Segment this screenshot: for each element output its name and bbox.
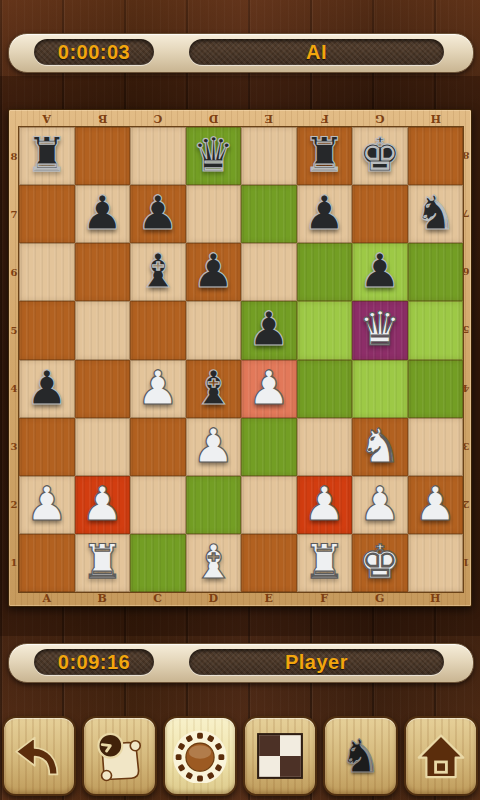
square-h6[interactable]: [408, 243, 464, 301]
piece-bp-g6[interactable]: ♟: [359, 247, 401, 297]
square-c8[interactable]: [130, 127, 186, 185]
wooden-wheel-icon: [173, 729, 227, 783]
square-a2[interactable]: ♟: [19, 476, 75, 534]
square-d8[interactable]: ♛: [186, 127, 242, 185]
square-a5[interactable]: [19, 301, 75, 359]
rank-label-right-4: 4: [461, 360, 471, 418]
file-label-top-b: B: [75, 111, 131, 126]
file-label-top-d: D: [186, 111, 242, 126]
square-b7[interactable]: ♟: [75, 185, 131, 243]
move-history-button[interactable]: [82, 716, 156, 796]
piece-wn-g3[interactable]: ♞: [359, 422, 401, 472]
square-e7[interactable]: [241, 185, 297, 243]
opponent-bar: 0:00:03 AI: [8, 33, 474, 73]
file-label-bottom-h: H: [408, 591, 464, 606]
square-h8[interactable]: [408, 127, 464, 185]
piece-bp-e5[interactable]: ♟: [248, 305, 290, 355]
square-c7[interactable]: ♟: [130, 185, 186, 243]
piece-wp-f2[interactable]: ♟: [303, 480, 345, 530]
file-labels-top: ABCDEFGH: [19, 111, 463, 126]
square-g8[interactable]: ♚: [352, 127, 408, 185]
toolbar: ♞: [2, 716, 478, 796]
rank-label-left-6: 6: [9, 243, 19, 301]
board-style-button[interactable]: [243, 716, 317, 796]
square-f4[interactable]: [297, 360, 353, 418]
piece-wp-h2[interactable]: ♟: [414, 480, 456, 530]
piece-wp-a2[interactable]: ♟: [26, 480, 68, 530]
square-g5[interactable]: ♛: [352, 301, 408, 359]
square-c6[interactable]: ♝: [130, 243, 186, 301]
square-d3[interactable]: ♟: [186, 418, 242, 476]
square-e3[interactable]: [241, 418, 297, 476]
piece-bp-a4[interactable]: ♟: [26, 364, 68, 414]
square-g1[interactable]: ♚: [352, 534, 408, 592]
piece-wr-b1[interactable]: ♜: [81, 538, 123, 588]
square-d4[interactable]: ♝: [186, 360, 242, 418]
rank-label-left-1: 1: [9, 534, 19, 592]
rank-label-left-8: 8: [9, 127, 19, 185]
square-b1[interactable]: ♜: [75, 534, 131, 592]
square-h2[interactable]: ♟: [408, 476, 464, 534]
player-name: Player: [189, 649, 444, 675]
square-g7[interactable]: [352, 185, 408, 243]
piece-br-f8[interactable]: ♜: [303, 131, 345, 181]
piece-bp-c7[interactable]: ♟: [137, 189, 179, 239]
square-h4[interactable]: [408, 360, 464, 418]
file-label-bottom-a: A: [19, 591, 75, 606]
file-label-bottom-e: E: [241, 591, 297, 606]
square-f3[interactable]: [297, 418, 353, 476]
rank-label-right-2: 2: [461, 476, 471, 534]
piece-style-button[interactable]: ♞: [323, 716, 397, 796]
rank-label-right-3: 3: [461, 418, 471, 476]
piece-wq-g5[interactable]: ♛: [359, 305, 401, 355]
square-c1[interactable]: [130, 534, 186, 592]
file-labels-bottom: ABCDEFGH: [19, 591, 463, 606]
chess-app-screen: 0:00:03 AI ABCDEFGH 87654321 ♜♛♜♚♟♟♟♞♝♟♟…: [0, 0, 480, 800]
rank-label-left-4: 4: [9, 360, 19, 418]
square-d6[interactable]: ♟: [186, 243, 242, 301]
square-a4[interactable]: ♟: [19, 360, 75, 418]
square-f5[interactable]: [297, 301, 353, 359]
file-label-top-f: F: [297, 111, 353, 126]
square-f1[interactable]: ♜: [297, 534, 353, 592]
square-a1[interactable]: [19, 534, 75, 592]
piece-bb-d4[interactable]: ♝: [192, 364, 234, 414]
rank-label-left-3: 3: [9, 418, 19, 476]
square-a8[interactable]: ♜: [19, 127, 75, 185]
square-d1[interactable]: ♝: [186, 534, 242, 592]
rank-label-right-1: 1: [461, 534, 471, 592]
player-clock: 0:09:16: [34, 649, 154, 675]
square-e2[interactable]: [241, 476, 297, 534]
square-a3[interactable]: [19, 418, 75, 476]
piece-wp-e4[interactable]: ♟: [248, 364, 290, 414]
piece-bp-f7[interactable]: ♟: [303, 189, 345, 239]
player-clock-value: 0:09:16: [58, 652, 130, 673]
scroll-clock-icon: [93, 730, 145, 782]
file-label-bottom-c: C: [130, 591, 186, 606]
ai-name: AI: [189, 39, 444, 65]
square-h5[interactable]: [408, 301, 464, 359]
square-e6[interactable]: [241, 243, 297, 301]
rank-label-right-8: 8: [461, 127, 471, 185]
file-label-top-h: H: [408, 111, 464, 126]
piece-bn-h7[interactable]: ♞: [414, 189, 456, 239]
file-label-top-c: C: [130, 111, 186, 126]
game-options-button[interactable]: [163, 716, 237, 796]
file-label-top-e: E: [241, 111, 297, 126]
rank-label-right-7: 7: [461, 185, 471, 243]
square-g4[interactable]: [352, 360, 408, 418]
ai-clock: 0:00:03: [34, 39, 154, 65]
square-d7[interactable]: [186, 185, 242, 243]
piece-wk-g1[interactable]: ♚: [359, 538, 401, 588]
square-b2[interactable]: ♟: [75, 476, 131, 534]
piece-wp-g2[interactable]: ♟: [359, 480, 401, 530]
square-a7[interactable]: [19, 185, 75, 243]
undo-arrow-icon: [13, 730, 65, 782]
rank-labels-left: 87654321: [9, 127, 19, 592]
square-g3[interactable]: ♞: [352, 418, 408, 476]
square-a6[interactable]: [19, 243, 75, 301]
square-b6[interactable]: [75, 243, 131, 301]
square-c4[interactable]: ♟: [130, 360, 186, 418]
player-bar: 0:09:16 Player: [8, 643, 474, 683]
square-e4[interactable]: ♟: [241, 360, 297, 418]
home-icon: [415, 730, 467, 782]
square-d5[interactable]: [186, 301, 242, 359]
square-e5[interactable]: ♟: [241, 301, 297, 359]
piece-bb-c6[interactable]: ♝: [137, 247, 179, 297]
square-f7[interactable]: ♟: [297, 185, 353, 243]
ai-name-label: AI: [306, 42, 327, 63]
square-h1[interactable]: [408, 534, 464, 592]
square-e1[interactable]: [241, 534, 297, 592]
square-h3[interactable]: [408, 418, 464, 476]
file-label-bottom-f: F: [297, 591, 353, 606]
piece-wr-f1[interactable]: ♜: [303, 538, 345, 588]
square-b5[interactable]: [75, 301, 131, 359]
file-label-bottom-b: B: [75, 591, 131, 606]
square-b3[interactable]: [75, 418, 131, 476]
black-knight-icon: ♞: [340, 733, 381, 779]
chess-board: ABCDEFGH 87654321 ♜♛♜♚♟♟♟♞♝♟♟♟♛♟♟♝♟♟♞♟♟♟…: [8, 109, 472, 607]
rank-label-left-5: 5: [9, 301, 19, 359]
piece-bk-g8[interactable]: ♚: [359, 131, 401, 181]
rank-label-left-2: 2: [9, 476, 19, 534]
square-c5[interactable]: [130, 301, 186, 359]
home-button[interactable]: [404, 716, 478, 796]
square-h7[interactable]: ♞: [408, 185, 464, 243]
square-f8[interactable]: ♜: [297, 127, 353, 185]
board-squares: ♜♛♜♚♟♟♟♞♝♟♟♟♛♟♟♝♟♟♞♟♟♟♟♟♜♝♜♚: [19, 127, 463, 592]
piece-br-a8[interactable]: ♜: [26, 131, 68, 181]
rank-label-left-7: 7: [9, 185, 19, 243]
square-g2[interactable]: ♟: [352, 476, 408, 534]
piece-wp-d3[interactable]: ♟: [192, 422, 234, 472]
piece-wp-b2[interactable]: ♟: [81, 480, 123, 530]
rank-label-right-5: 5: [461, 301, 471, 359]
file-label-top-g: G: [352, 111, 408, 126]
undo-button[interactable]: [2, 716, 76, 796]
rank-labels-right: 87654321: [461, 127, 471, 592]
file-label-bottom-d: D: [186, 591, 242, 606]
square-b4[interactable]: [75, 360, 131, 418]
square-f2[interactable]: ♟: [297, 476, 353, 534]
file-label-bottom-g: G: [352, 591, 408, 606]
square-g6[interactable]: ♟: [352, 243, 408, 301]
checkerboard-icon: [255, 731, 305, 781]
square-c2[interactable]: [130, 476, 186, 534]
square-f6[interactable]: [297, 243, 353, 301]
piece-bp-b7[interactable]: ♟: [81, 189, 123, 239]
square-b8[interactable]: [75, 127, 131, 185]
piece-bp-d6[interactable]: ♟: [192, 247, 234, 297]
piece-wp-c4[interactable]: ♟: [137, 364, 179, 414]
ai-clock-value: 0:00:03: [58, 42, 130, 63]
piece-wb-d1[interactable]: ♝: [192, 538, 234, 588]
piece-bq-d8[interactable]: ♛: [192, 131, 234, 181]
file-label-top-a: A: [19, 111, 75, 126]
square-c3[interactable]: [130, 418, 186, 476]
player-name-label: Player: [285, 652, 348, 673]
square-d2[interactable]: [186, 476, 242, 534]
rank-label-right-6: 6: [461, 243, 471, 301]
square-e8[interactable]: [241, 127, 297, 185]
